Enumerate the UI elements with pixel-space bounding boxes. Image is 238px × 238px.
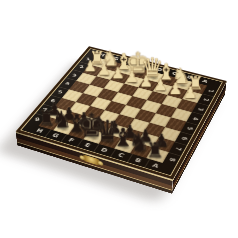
file-label-g: G: [112, 56, 119, 61]
photo-scene: HGFEDCBA HGFEDCBA 12345678 12345678 ♜♞♝♚…: [0, 0, 238, 238]
rank-label-2: 2: [202, 98, 209, 102]
rank-label-6: 6: [180, 136, 188, 140]
file-label-g: G: [51, 133, 60, 139]
rank-label-5: 5: [58, 90, 62, 94]
black-rook-icon: ♜: [138, 139, 173, 159]
file-label-a: A: [201, 79, 208, 84]
file-label-c: C: [171, 71, 178, 76]
rank-label-2: 2: [79, 65, 83, 69]
chess-box: HGFEDCBA HGFEDCBA 12345678 12345678 ♜♞♝♚…: [16, 46, 227, 179]
rank-label-1: 1: [207, 89, 214, 92]
file-label-b: B: [186, 75, 193, 80]
rank-label-1: 1: [86, 58, 90, 62]
file-label-e: E: [141, 64, 148, 68]
rank-label-4: 4: [65, 82, 69, 86]
rank-label-3: 3: [197, 107, 204, 111]
brass-clasp-icon: [82, 154, 100, 166]
rank-label-4: 4: [191, 117, 198, 121]
rank-label-3: 3: [72, 73, 76, 77]
file-label-d: D: [156, 67, 163, 72]
rank-label-5: 5: [186, 126, 193, 130]
file-label-a: A: [151, 163, 159, 170]
file-label-h: H: [98, 53, 106, 58]
file-label-f: F: [127, 60, 134, 64]
file-label-h: H: [35, 128, 44, 134]
